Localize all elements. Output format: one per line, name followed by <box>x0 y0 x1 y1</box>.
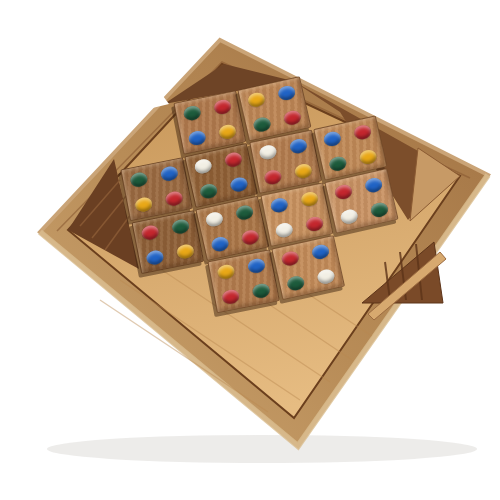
dot-red <box>280 250 300 267</box>
dot-green <box>328 155 348 172</box>
dot-blue <box>270 197 289 214</box>
dot-red <box>283 109 303 126</box>
dot-white <box>339 208 359 225</box>
dot-green <box>199 182 219 199</box>
dot-red <box>240 229 260 246</box>
dot-red <box>334 183 354 200</box>
dot-yellow <box>176 243 195 260</box>
dot-green <box>171 218 190 235</box>
dot-green <box>370 201 390 218</box>
dot-red <box>221 288 240 305</box>
wooden-puzzle-photo <box>0 0 500 500</box>
dot-green <box>252 116 272 133</box>
dot-red <box>224 151 244 168</box>
dot-blue <box>145 249 164 266</box>
dot-blue <box>247 257 266 274</box>
dot-white <box>316 268 336 285</box>
dot-red <box>141 224 160 241</box>
dot-white <box>258 144 277 161</box>
dot-green <box>129 171 148 188</box>
dot-white <box>193 158 213 175</box>
dot-yellow <box>218 123 237 140</box>
dot-red <box>263 169 282 186</box>
dot-blue <box>210 235 230 252</box>
dot-blue <box>277 84 297 101</box>
dot-green <box>182 105 201 122</box>
dot-green <box>235 204 255 221</box>
dot-red <box>305 215 324 232</box>
dot-green <box>286 275 306 292</box>
dot-blue <box>187 129 206 146</box>
cast-shadow <box>47 435 477 463</box>
dot-blue <box>311 243 331 260</box>
dot-blue <box>160 165 179 182</box>
dot-yellow <box>216 263 235 280</box>
dot-yellow <box>300 190 319 207</box>
dot-red <box>164 190 183 207</box>
dot-blue <box>289 138 308 155</box>
dot-yellow <box>247 91 267 108</box>
dot-white <box>275 222 294 239</box>
dot-green <box>252 282 271 299</box>
dot-red <box>353 124 373 141</box>
dot-yellow <box>294 163 313 180</box>
dot-blue <box>322 130 342 147</box>
dot-white <box>205 211 225 228</box>
dot-yellow <box>358 148 378 165</box>
dot-yellow <box>134 196 153 213</box>
dot-red <box>213 98 232 115</box>
dot-blue <box>229 176 249 193</box>
dot-blue <box>364 176 384 193</box>
